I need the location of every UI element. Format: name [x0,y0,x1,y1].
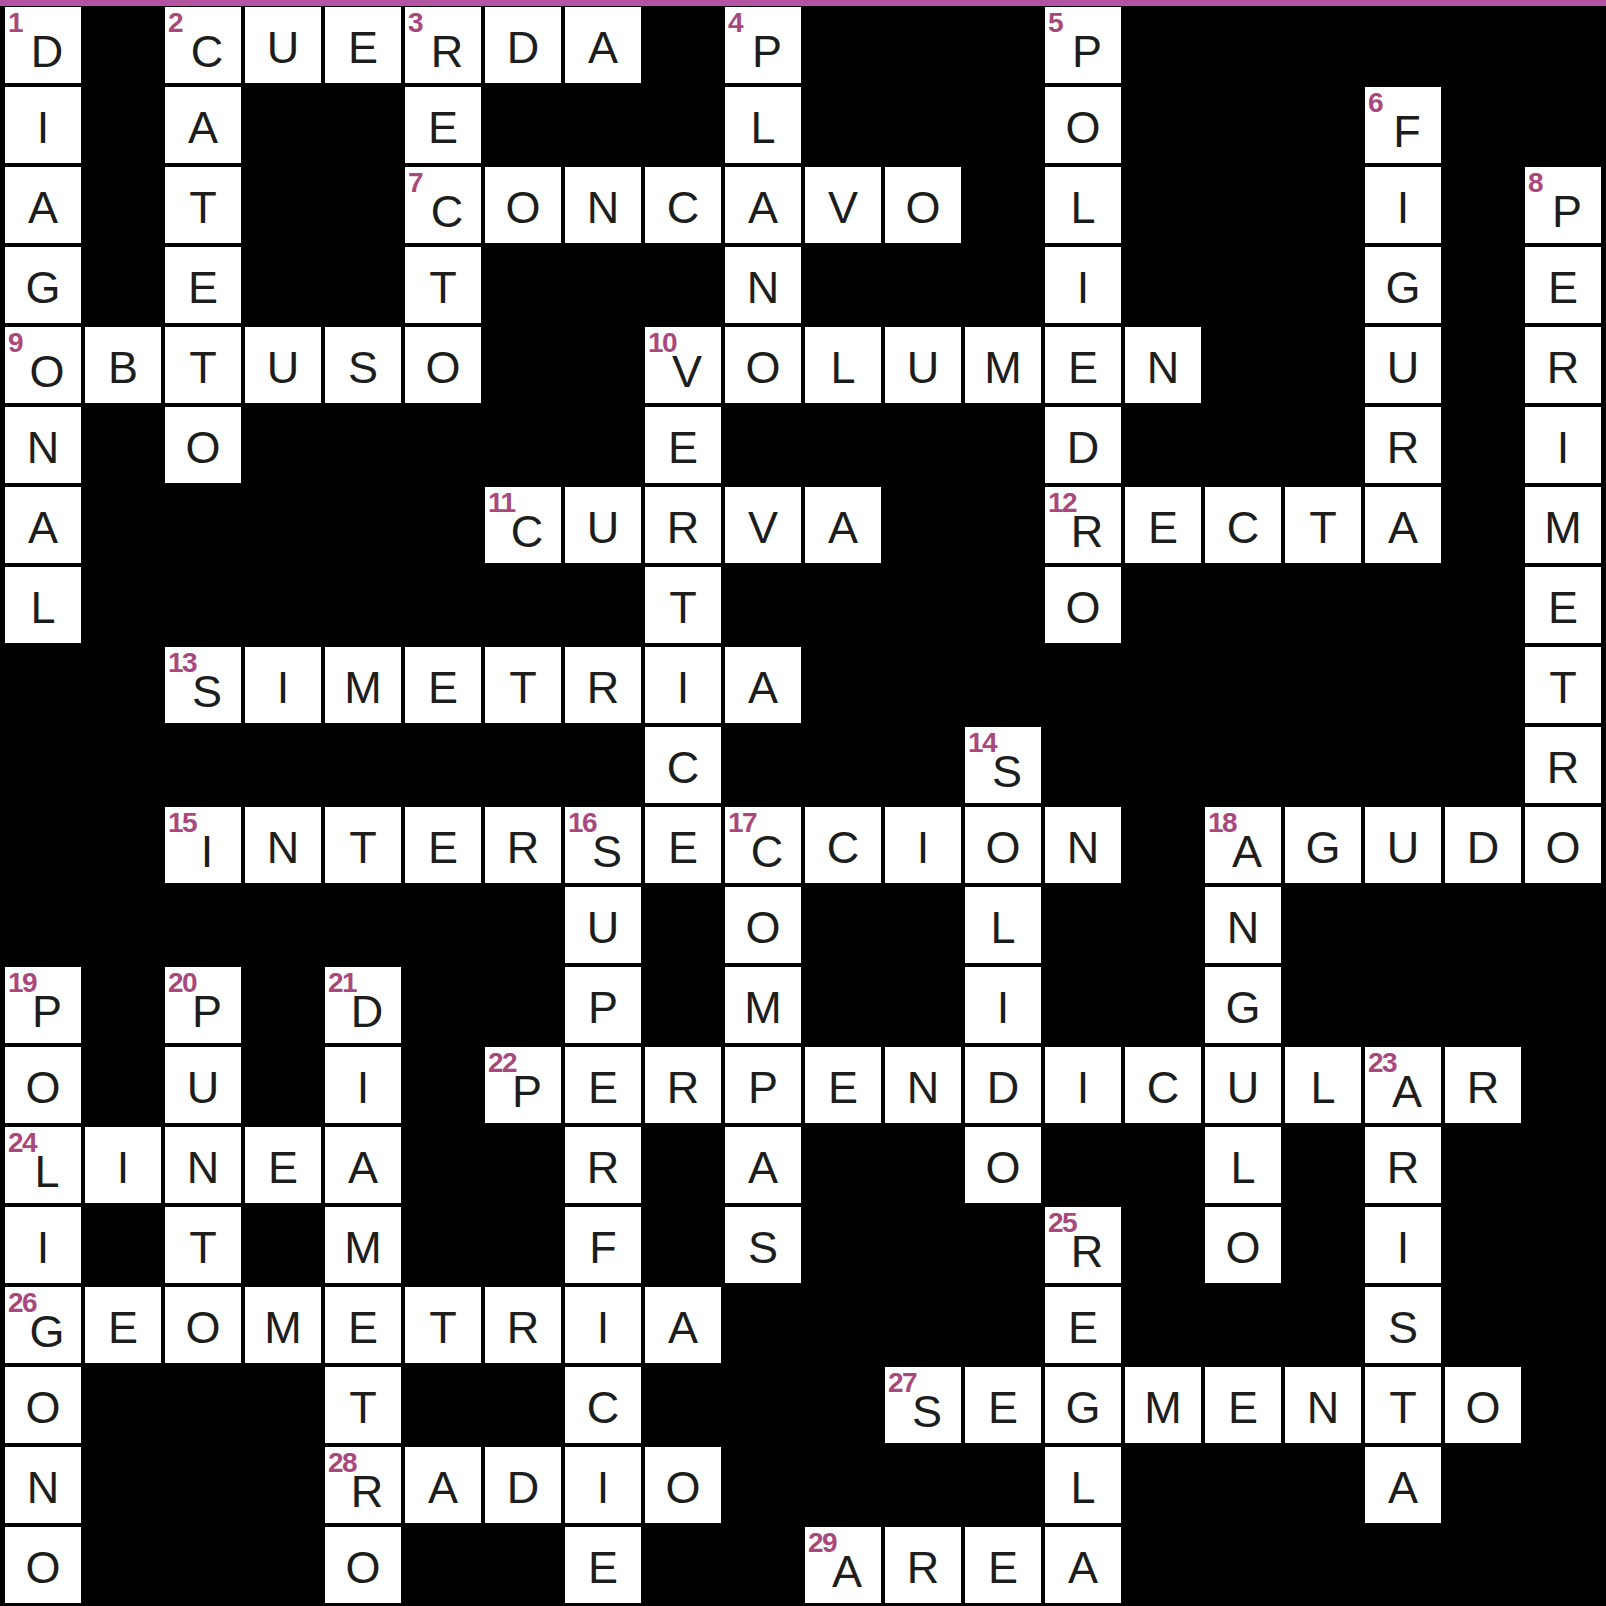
cell-letter: O [505,185,540,230]
cell-r7c17: T [1285,487,1361,563]
cell-r5c12: U [885,327,961,403]
cell-letter: I [1397,1225,1410,1270]
cell-r7c16: C [1205,487,1281,563]
cell-r18c18: T [1365,1367,1441,1443]
cell-r20c11: 29A [805,1527,881,1603]
cell-letter: O [745,345,780,390]
cell-letter: R [1071,1229,1104,1274]
cell-r15c5: A [325,1127,401,1203]
cell-r7c10: V [725,487,801,563]
cell-r17c1: 26G [5,1287,81,1363]
cell-r14c17: L [1285,1047,1361,1123]
cell-letter: I [37,1225,50,1270]
cell-r12c13: L [965,887,1041,963]
cell-letter: C [667,745,700,790]
cell-letter: E [348,25,378,70]
cell-r5c20: R [1525,327,1601,403]
cell-r7c11: A [805,487,881,563]
cell-r4c20: E [1525,247,1601,323]
cell-letter: F [589,1225,617,1270]
cell-letter: V [828,185,858,230]
cell-letter: E [1548,585,1578,630]
clue-number: 8 [1528,169,1542,197]
cell-r3c12: O [885,167,961,243]
cell-r18c19: O [1445,1367,1521,1443]
cell-r3c6: 7C [405,167,481,243]
cell-r14c9: R [645,1047,721,1123]
cell-letter: T [1309,505,1337,550]
cell-letter: L [750,105,775,150]
cell-r6c14: D [1045,407,1121,483]
cell-letter: C [431,189,464,234]
cell-letter: O [665,1465,700,1510]
cell-r7c15: E [1125,487,1201,563]
cell-r14c8: E [565,1047,641,1123]
cell-letter: I [117,1145,130,1190]
cell-r18c17: N [1285,1367,1361,1443]
cell-letter: S [592,829,622,874]
cell-r2c14: O [1045,87,1121,163]
cell-letter: N [267,825,300,870]
cell-letter: A [28,505,58,550]
cell-letter: R [507,825,540,870]
cell-letter: P [192,989,222,1034]
cell-letter: L [1070,1465,1095,1510]
cell-r5c9: 10V [645,327,721,403]
cell-letter: R [587,1145,620,1190]
cell-letter: L [830,345,855,390]
cell-r1c8: A [565,7,641,83]
cell-r1c5: E [325,7,401,83]
cell-letter: D [987,1065,1020,1110]
cell-letter: S [912,1389,942,1434]
cell-letter: L [1310,1065,1335,1110]
cell-letter: A [832,1549,862,1594]
cell-letter: O [25,1545,60,1590]
cell-r5c13: M [965,327,1041,403]
cell-letter: D [31,29,64,74]
cell-r1c10: 4P [725,7,801,83]
cell-r14c7: 22P [485,1047,561,1123]
cell-letter: A [28,185,58,230]
cell-letter: I [357,1065,370,1110]
cell-letter: L [990,905,1015,950]
cell-r11c10: 17C [725,807,801,883]
cell-r9c10: A [725,647,801,723]
cell-r13c10: M [725,967,801,1043]
cell-letter: C [587,1385,620,1430]
cell-letter: T [349,1385,377,1430]
cell-letter: V [672,349,702,394]
cell-r3c9: C [645,167,721,243]
cell-letter: C [667,185,700,230]
cell-letter: A [828,505,858,550]
cell-letter: E [588,1065,618,1110]
cell-letter: L [1070,185,1095,230]
cell-r11c17: G [1285,807,1361,883]
cell-r4c14: I [1045,247,1121,323]
cell-r11c6: E [405,807,481,883]
cell-r18c8: C [565,1367,641,1443]
cell-letter: A [748,1145,778,1190]
cell-r17c4: M [245,1287,321,1363]
cell-letter: G [1065,1385,1100,1430]
cell-letter: D [507,25,540,70]
cell-letter: A [1392,1069,1422,1114]
cell-letter: I [277,665,290,710]
cell-r20c14: A [1045,1527,1121,1603]
cell-r14c1: O [5,1047,81,1123]
cell-r15c2: I [85,1127,161,1203]
cell-letter: T [1389,1385,1417,1430]
cell-r13c13: I [965,967,1041,1043]
cell-r3c10: A [725,167,801,243]
cell-r9c8: R [565,647,641,723]
cell-letter: U [1387,345,1420,390]
cell-r14c18: 23A [1365,1047,1441,1123]
clue-number: 9 [8,329,22,357]
cell-letter: L [34,1149,59,1194]
cell-letter: O [1225,1225,1260,1270]
cell-r1c1: 1D [5,7,81,83]
cell-r3c14: L [1045,167,1121,243]
cell-letter: P [748,1065,778,1110]
cell-r14c15: C [1125,1047,1201,1123]
cell-letter: U [587,905,620,950]
cell-letter: U [1387,825,1420,870]
cell-letter: N [1307,1385,1340,1430]
cell-r17c7: R [485,1287,561,1363]
cell-letter: O [1065,585,1100,630]
cell-r18c14: G [1045,1367,1121,1443]
cell-r5c11: L [805,327,881,403]
cell-r11c11: C [805,807,881,883]
cell-letter: P [512,1069,542,1114]
cell-r3c3: T [165,167,241,243]
cell-r15c16: L [1205,1127,1281,1203]
cell-r2c3: A [165,87,241,163]
cell-letter: O [425,345,460,390]
cell-letter: N [27,1465,60,1510]
cell-letter: D [507,1465,540,1510]
clue-number: 7 [408,169,422,197]
cell-letter: E [1068,1305,1098,1350]
cell-r4c1: G [5,247,81,323]
cell-letter: N [907,1065,940,1110]
cell-letter: E [188,265,218,310]
cell-r17c6: T [405,1287,481,1363]
cell-letter: M [984,345,1022,390]
cell-letter: O [905,185,940,230]
cell-r6c18: R [1365,407,1441,483]
cell-letter: E [268,1145,298,1190]
cell-r11c18: U [1365,807,1441,883]
cell-r19c6: A [405,1447,481,1523]
cell-letter: R [667,505,700,550]
cell-r18c13: E [965,1367,1041,1443]
cell-r2c1: I [5,87,81,163]
cell-letter: A [428,1465,458,1510]
cell-r5c5: S [325,327,401,403]
cell-r19c5: 28R [325,1447,401,1523]
cell-r11c16: 18A [1205,807,1281,883]
cell-letter: T [189,185,217,230]
cell-r6c3: O [165,407,241,483]
cell-r18c16: E [1205,1367,1281,1443]
cell-r20c13: E [965,1527,1041,1603]
cell-r6c1: N [5,407,81,483]
cell-letter: R [1547,345,1580,390]
cell-letter: B [108,345,138,390]
cell-letter: E [588,1545,618,1590]
cell-letter: C [751,829,784,874]
crossword-page: 1D2CUE3RDA4P5PIAELO6FAT7CONCAVOLI8PGETNI… [0,0,1606,1606]
cell-letter: R [1547,745,1580,790]
cell-letter: A [748,665,778,710]
cell-letter: O [345,1545,380,1590]
cell-letter: M [1144,1385,1182,1430]
cell-letter: E [428,825,458,870]
clue-number: 2 [168,9,182,37]
cell-r6c9: E [645,407,721,483]
cell-r19c1: N [5,1447,81,1523]
cell-r12c8: U [565,887,641,963]
cell-r3c7: O [485,167,561,243]
cell-letter: O [745,905,780,950]
cell-letter: C [1227,505,1260,550]
cell-letter: M [1544,505,1582,550]
cell-r16c16: O [1205,1207,1281,1283]
cell-letter: R [667,1065,700,1110]
cell-r3c1: A [5,167,81,243]
cell-letter: I [1557,425,1570,470]
cell-letter: O [1065,105,1100,150]
cell-r16c10: S [725,1207,801,1283]
cell-letter: G [1305,825,1340,870]
cell-letter: E [348,1305,378,1350]
cell-r1c3: 2C [165,7,241,83]
cell-r3c20: 8P [1525,167,1601,243]
cell-letter: N [1227,905,1260,950]
cell-r1c7: D [485,7,561,83]
cell-letter: S [992,749,1022,794]
cell-letter: I [1397,185,1410,230]
cell-letter: T [429,1305,457,1350]
cell-letter: I [597,1305,610,1350]
cell-r8c20: E [1525,567,1601,643]
cell-r20c8: E [565,1527,641,1603]
cell-r11c14: N [1045,807,1121,883]
cell-r2c10: L [725,87,801,163]
cell-letter: G [25,265,60,310]
cell-r14c12: N [885,1047,961,1123]
cell-letter: I [917,825,930,870]
cell-letter: U [1227,1065,1260,1110]
cell-r9c3: 13S [165,647,241,723]
cell-letter: E [108,1305,138,1350]
cell-letter: R [431,29,464,74]
cell-letter: C [511,509,544,554]
cell-r17c18: S [1365,1287,1441,1363]
cell-r6c20: I [1525,407,1601,483]
cell-letter: I [597,1465,610,1510]
cell-letter: N [587,185,620,230]
cell-letter: A [348,1145,378,1190]
cell-r19c9: O [645,1447,721,1523]
cell-r7c20: M [1525,487,1601,563]
cell-letter: A [1068,1545,1098,1590]
cell-r4c6: T [405,247,481,323]
cell-letter: I [677,665,690,710]
cell-r16c18: I [1365,1207,1441,1283]
cell-r3c8: N [565,167,641,243]
cell-letter: A [1388,1465,1418,1510]
cell-r10c13: 14S [965,727,1041,803]
cell-letter: O [1465,1385,1500,1430]
cell-letter: O [29,349,64,394]
cell-r16c1: I [5,1207,81,1283]
cell-r5c1: 9O [5,327,81,403]
cell-letter: U [907,345,940,390]
cell-r8c1: L [5,567,81,643]
cell-letter: E [668,425,698,470]
cell-letter: U [267,25,300,70]
cell-r13c3: 20P [165,967,241,1043]
cell-letter: A [748,185,778,230]
cell-r9c6: E [405,647,481,723]
cell-r5c2: B [85,327,161,403]
cell-letter: E [828,1065,858,1110]
cell-r15c8: R [565,1127,641,1203]
cell-letter: D [1067,425,1100,470]
cell-r16c14: 25R [1045,1207,1121,1283]
cell-r19c14: L [1045,1447,1121,1523]
cell-r7c1: A [5,487,81,563]
cell-letter: G [29,1309,64,1354]
cell-r19c18: A [1365,1447,1441,1523]
cell-letter: P [1072,29,1102,74]
cell-r2c6: E [405,87,481,163]
cell-letter: O [1545,825,1580,870]
cell-r18c1: O [5,1367,81,1443]
cell-r17c5: E [325,1287,401,1363]
cell-r5c4: U [245,327,321,403]
cell-letter: C [827,825,860,870]
cell-r1c6: 3R [405,7,481,83]
cell-letter: F [1393,109,1421,154]
cell-letter: I [37,105,50,150]
cell-r11c5: T [325,807,401,883]
cell-letter: A [1232,829,1262,874]
clue-number: 4 [728,9,742,37]
cell-letter: T [429,265,457,310]
cell-letter: E [428,665,458,710]
clue-number: 6 [1368,89,1382,117]
cell-letter: T [1549,665,1577,710]
cell-r11c19: D [1445,807,1521,883]
cell-r13c1: 19P [5,967,81,1043]
cell-r11c9: E [645,807,721,883]
cell-letter: M [264,1305,302,1350]
cell-r11c3: 15I [165,807,241,883]
cell-r12c16: N [1205,887,1281,963]
cell-r7c7: 11C [485,487,561,563]
cell-r5c6: O [405,327,481,403]
cell-r19c8: I [565,1447,641,1523]
cell-letter: U [187,1065,220,1110]
cell-letter: E [1228,1385,1258,1430]
cell-r19c7: D [485,1447,561,1523]
cell-letter: L [1230,1145,1255,1190]
cell-letter: D [1467,825,1500,870]
cell-r11c4: N [245,807,321,883]
cell-r4c10: N [725,247,801,323]
cell-letter: T [669,585,697,630]
cell-letter: U [267,345,300,390]
cell-letter: R [1071,509,1104,554]
cell-letter: R [351,1469,384,1514]
cell-letter: A [588,25,618,70]
cell-letter: C [1147,1065,1180,1110]
cell-letter: L [30,585,55,630]
top-border-bar [0,0,1606,6]
cell-r14c19: R [1445,1047,1521,1123]
cell-letter: E [428,105,458,150]
cell-letter: T [189,345,217,390]
cell-r18c15: M [1125,1367,1201,1443]
cell-r15c1: 24L [5,1127,81,1203]
cell-letter: N [27,425,60,470]
cell-letter: R [1387,425,1420,470]
cell-letter: I [997,985,1010,1030]
cell-letter: R [587,665,620,710]
cell-r11c12: I [885,807,961,883]
cell-letter: T [349,825,377,870]
cell-letter: N [1067,825,1100,870]
cell-r15c10: A [725,1127,801,1203]
cell-letter: R [907,1545,940,1590]
cell-letter: O [25,1065,60,1110]
cell-letter: I [1077,265,1090,310]
cell-r15c4: E [245,1127,321,1203]
cell-r5c10: O [725,327,801,403]
cell-r9c7: T [485,647,561,723]
cell-r10c9: C [645,727,721,803]
cell-letter: E [1148,505,1178,550]
cell-letter: E [988,1385,1018,1430]
cell-letter: G [1225,985,1260,1030]
cell-r7c14: 12R [1045,487,1121,563]
cell-r3c18: I [1365,167,1441,243]
cell-letter: E [1548,265,1578,310]
clue-number: 5 [1048,9,1062,37]
cell-letter: G [1385,265,1420,310]
cell-r17c2: E [85,1287,161,1363]
cell-r9c5: M [325,647,401,723]
cell-r11c7: R [485,807,561,883]
cell-letter: S [348,345,378,390]
cell-r4c18: G [1365,247,1441,323]
crossword-board: 1D2CUE3RDA4P5PIAELO6FAT7CONCAVOLI8PGETNI… [5,7,1601,1603]
cell-letter: S [748,1225,778,1270]
cell-r16c3: T [165,1207,241,1283]
cell-letter: R [507,1305,540,1350]
clue-number: 24 [8,1129,36,1157]
cell-r13c16: G [1205,967,1281,1043]
cell-r9c4: I [245,647,321,723]
cell-r11c20: O [1525,807,1601,883]
cell-letter: N [1147,345,1180,390]
